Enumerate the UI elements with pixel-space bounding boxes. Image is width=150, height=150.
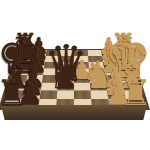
piece-white-rook-a1: ♜ <box>120 75 150 110</box>
piece-black-knight-c5: ♞ <box>49 56 83 94</box>
piece-black-pawn-a7: ♟ <box>17 80 43 109</box>
chess-set-photo: ♜♝♚♝♞♜♟♟♟♟♟♟♟♞♛♟♞♟♟♟♟♟♟♟♜♝♛♚♝♞♜ <box>0 0 150 150</box>
chess-pieces-layer: ♜♝♚♝♞♜♟♟♟♟♟♟♟♞♛♟♞♟♟♟♟♟♟♟♜♝♛♚♝♞♜ <box>0 0 150 150</box>
